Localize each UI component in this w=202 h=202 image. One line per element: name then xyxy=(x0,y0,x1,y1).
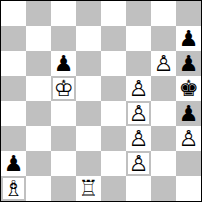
square-c1 xyxy=(51,176,76,201)
square-g6: ♙ xyxy=(151,51,176,76)
white-pawn: ♙ xyxy=(176,126,201,151)
square-g2 xyxy=(151,151,176,176)
square-a7 xyxy=(1,26,26,51)
square-b5 xyxy=(26,76,51,101)
square-e7 xyxy=(101,26,126,51)
square-g4 xyxy=(151,101,176,126)
white-rook: ♖ xyxy=(76,176,101,201)
square-d8 xyxy=(76,1,101,26)
square-a6 xyxy=(1,51,26,76)
black-pawn: ♟ xyxy=(1,151,26,176)
square-h4: ♟ xyxy=(176,101,201,126)
black-king: ♚ xyxy=(176,76,201,101)
square-e2 xyxy=(101,151,126,176)
black-pawn: ♟ xyxy=(51,51,76,76)
white-pawn: ♙ xyxy=(126,76,151,101)
square-e3 xyxy=(101,126,126,151)
black-pawn: ♟ xyxy=(176,51,201,76)
white-bishop: ♗ xyxy=(3,178,24,199)
square-b1 xyxy=(26,176,51,201)
chess-diagram: ♟♟♙♟♔♙♚♙♟♙♙♟♙♗♖ xyxy=(0,0,202,202)
square-f2: ♙ xyxy=(126,151,151,176)
square-d6 xyxy=(76,51,101,76)
square-d2 xyxy=(76,151,101,176)
square-b7 xyxy=(26,26,51,51)
square-a8 xyxy=(1,1,26,26)
chess-board: ♟♟♙♟♔♙♚♙♟♙♙♟♙♗♖ xyxy=(0,0,202,202)
black-pawn: ♟ xyxy=(176,101,201,126)
square-f7 xyxy=(126,26,151,51)
square-h5: ♚ xyxy=(176,76,201,101)
square-g7 xyxy=(151,26,176,51)
square-h6: ♟ xyxy=(176,51,201,76)
square-g3 xyxy=(151,126,176,151)
square-h1 xyxy=(176,176,201,201)
square-b4 xyxy=(26,101,51,126)
square-b8 xyxy=(26,1,51,26)
square-e1 xyxy=(101,176,126,201)
square-a4 xyxy=(1,101,26,126)
square-d7 xyxy=(76,26,101,51)
square-d5 xyxy=(76,76,101,101)
square-h2 xyxy=(176,151,201,176)
square-a2: ♟ xyxy=(1,151,26,176)
square-c5: ♔ xyxy=(51,76,76,101)
square-e5 xyxy=(101,76,126,101)
white-pawn: ♙ xyxy=(128,103,149,124)
black-pawn: ♟ xyxy=(176,26,201,51)
square-d4 xyxy=(76,101,101,126)
square-b3 xyxy=(26,126,51,151)
square-c2 xyxy=(51,151,76,176)
square-a5 xyxy=(1,76,26,101)
square-f3: ♙ xyxy=(126,126,151,151)
square-b2 xyxy=(26,151,51,176)
square-f1 xyxy=(126,176,151,201)
square-f6 xyxy=(126,51,151,76)
square-c7 xyxy=(51,26,76,51)
square-f4: ♙ xyxy=(126,101,151,126)
square-b6 xyxy=(26,51,51,76)
square-h8 xyxy=(176,1,201,26)
square-f5: ♙ xyxy=(126,76,151,101)
square-g5 xyxy=(151,76,176,101)
square-d3 xyxy=(76,126,101,151)
square-e8 xyxy=(101,1,126,26)
white-pawn: ♙ xyxy=(151,51,176,76)
square-c8 xyxy=(51,1,76,26)
white-pawn: ♙ xyxy=(128,153,149,174)
white-pawn: ♙ xyxy=(126,126,151,151)
square-e6 xyxy=(101,51,126,76)
square-e4 xyxy=(101,101,126,126)
square-c3 xyxy=(51,126,76,151)
square-h3: ♙ xyxy=(176,126,201,151)
white-king: ♔ xyxy=(53,78,74,99)
square-c6: ♟ xyxy=(51,51,76,76)
square-d1: ♖ xyxy=(76,176,101,201)
square-g1 xyxy=(151,176,176,201)
square-c4 xyxy=(51,101,76,126)
square-h7: ♟ xyxy=(176,26,201,51)
square-a1: ♗ xyxy=(1,176,26,201)
square-a3 xyxy=(1,126,26,151)
square-f8 xyxy=(126,1,151,26)
square-g8 xyxy=(151,1,176,26)
